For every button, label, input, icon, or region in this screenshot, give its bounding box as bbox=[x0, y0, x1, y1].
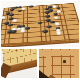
star-point-icon bbox=[67, 34, 69, 35]
black-stone bbox=[45, 15, 50, 18]
black-stone bbox=[17, 9, 21, 12]
black-stone bbox=[12, 30, 17, 33]
star-point-icon bbox=[15, 12, 16, 13]
white-stone bbox=[21, 7, 25, 10]
white-stone bbox=[20, 29, 25, 32]
black-stone bbox=[25, 27, 30, 30]
black-stone bbox=[29, 5, 33, 8]
black-stone bbox=[42, 30, 47, 33]
black-stone bbox=[56, 7, 61, 10]
star-point-hoshi-icon bbox=[63, 60, 66, 63]
black-stone bbox=[8, 23, 13, 26]
black-stone bbox=[10, 8, 14, 11]
black-stone bbox=[45, 11, 50, 14]
photo-main-board bbox=[1, 1, 79, 47]
product-photo-collage bbox=[0, 0, 80, 80]
star-point-icon bbox=[38, 11, 39, 12]
white-stone bbox=[1, 16, 6, 19]
white-stone bbox=[54, 16, 59, 19]
black-stone bbox=[46, 25, 51, 28]
star-point-icon bbox=[62, 9, 63, 10]
star-point-icon bbox=[40, 36, 42, 37]
black-stone bbox=[53, 12, 58, 15]
white-stone bbox=[56, 31, 61, 35]
star-point-icon bbox=[64, 21, 66, 22]
black-stone bbox=[38, 21, 43, 24]
star-point-icon bbox=[14, 24, 15, 25]
white-stone bbox=[13, 19, 18, 22]
white-stone bbox=[55, 22, 60, 25]
star-point-icon bbox=[13, 38, 15, 39]
black-stone bbox=[9, 14, 14, 17]
photo-grid-closeup bbox=[39, 49, 79, 78]
photo-board-corner-detail bbox=[1, 49, 37, 78]
